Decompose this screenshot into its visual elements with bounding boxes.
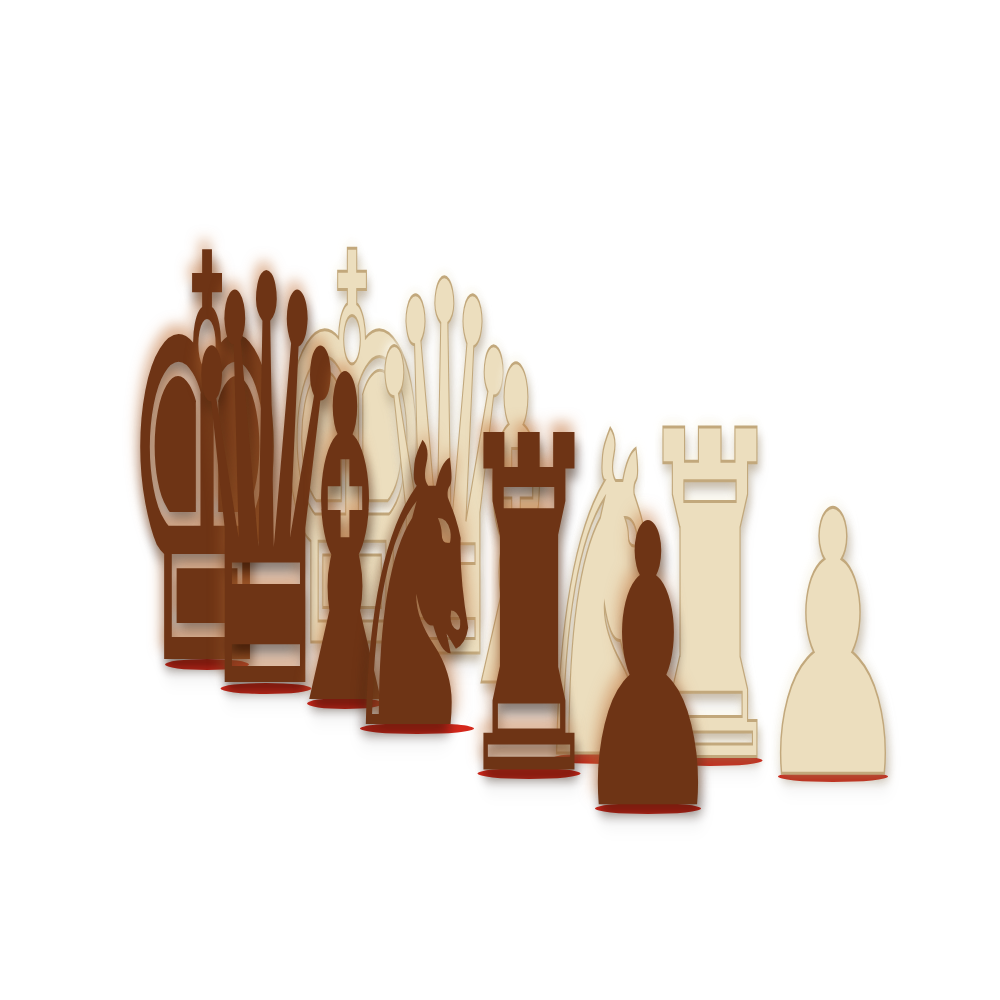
piece-light-pawn-icon: ♟ (755, 465, 912, 829)
product-photo-stage: ♚♛♝♞♜♟♚♛♝♞♜♟ (0, 0, 1000, 1000)
piece-dark-pawn-icon: ♟ (573, 475, 723, 864)
